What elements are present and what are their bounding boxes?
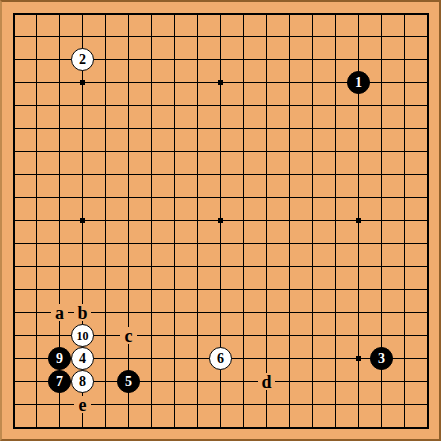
star-point bbox=[356, 356, 361, 361]
stone-black-5: 5 bbox=[117, 370, 140, 393]
stone-white-10: 10 bbox=[71, 324, 94, 347]
star-point bbox=[80, 218, 85, 223]
stone-white-4: 4 bbox=[71, 347, 94, 370]
stone-move-number: 10 bbox=[77, 330, 89, 342]
stone-move-number: 3 bbox=[378, 352, 385, 366]
stone-white-8: 8 bbox=[71, 370, 94, 393]
stone-move-number: 7 bbox=[56, 375, 63, 389]
point-label-d: d bbox=[258, 373, 275, 390]
point-label-b: b bbox=[74, 304, 91, 321]
stone-move-number: 6 bbox=[217, 352, 224, 366]
point-label-a: a bbox=[51, 304, 68, 321]
star-point bbox=[80, 80, 85, 85]
stone-move-number: 8 bbox=[79, 375, 86, 389]
stone-move-number: 1 bbox=[355, 76, 362, 90]
stone-move-number: 9 bbox=[56, 352, 63, 366]
star-point bbox=[218, 80, 223, 85]
stone-black-7: 7 bbox=[48, 370, 71, 393]
stone-move-number: 4 bbox=[79, 352, 86, 366]
go-board: 12345678910abcde bbox=[0, 0, 441, 441]
point-label-e: e bbox=[74, 396, 91, 413]
stone-black-9: 9 bbox=[48, 347, 71, 370]
point-label-c: c bbox=[120, 327, 137, 344]
stone-black-1: 1 bbox=[347, 71, 370, 94]
stone-move-number: 2 bbox=[79, 53, 86, 67]
stone-white-6: 6 bbox=[209, 347, 232, 370]
stone-move-number: 5 bbox=[125, 375, 132, 389]
star-point bbox=[218, 218, 223, 223]
stone-white-2: 2 bbox=[71, 48, 94, 71]
star-point bbox=[356, 218, 361, 223]
stone-black-3: 3 bbox=[370, 347, 393, 370]
